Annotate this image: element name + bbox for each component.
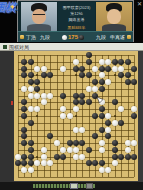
- marker-tick: [11, 101, 13, 105]
- black-stone: [21, 59, 27, 65]
- white-stone: [34, 66, 40, 72]
- black-stone: [118, 154, 124, 160]
- player-right-photo: [96, 2, 132, 31]
- black-stone: [47, 72, 53, 78]
- black-stone: [125, 72, 131, 78]
- black-stone: [86, 147, 92, 153]
- black-stone: [112, 99, 118, 105]
- white-stone: [125, 147, 131, 153]
- black-stone: [86, 52, 92, 58]
- black-stone: [125, 59, 131, 65]
- white-stone: [60, 106, 66, 112]
- white-stone: [73, 147, 79, 153]
- white-stone: [60, 147, 66, 153]
- black-stone: [118, 120, 124, 126]
- white-stone: [99, 72, 105, 78]
- white-stone: [60, 66, 66, 72]
- white-stone: [105, 127, 111, 133]
- sparkle-icon: ✦: [10, 3, 14, 10]
- slider-thumb[interactable]: [70, 183, 78, 189]
- slider-button[interactable]: [86, 183, 93, 189]
- black-stone: [131, 66, 137, 72]
- white-stone: [41, 154, 47, 160]
- white-stone: [99, 59, 105, 65]
- black-stone: [28, 140, 34, 146]
- black-stone: [73, 140, 79, 146]
- white-stone: [28, 106, 34, 112]
- window-title: 围棋对局: [9, 43, 29, 51]
- black-stone: [112, 147, 118, 153]
- black-stone: [73, 99, 79, 105]
- white-stone: [73, 127, 79, 133]
- star-point: [114, 115, 116, 117]
- right-rank-badge-icon: [127, 35, 131, 39]
- black-stone: [60, 93, 66, 99]
- white-stone: [54, 140, 60, 146]
- black-stone: [105, 120, 111, 126]
- white-stone: [28, 86, 34, 92]
- black-stone: [112, 59, 118, 65]
- black-stone: [28, 147, 34, 153]
- black-stone: [92, 133, 98, 139]
- black-stone: [21, 133, 27, 139]
- black-stone-icon: [79, 35, 84, 40]
- black-stone: [99, 127, 105, 133]
- black-stone: [28, 154, 34, 160]
- black-stone: [86, 160, 92, 166]
- black-stone: [15, 160, 21, 166]
- black-stone: [21, 154, 27, 160]
- white-stone: [112, 66, 118, 72]
- white-stone: [79, 154, 85, 160]
- black-stone: [21, 160, 27, 166]
- screenshot-root: 围甲联赛(2023) 第12轮 网络直播 黑贴6目半 丁浩 九段 175 九段 …: [0, 0, 143, 190]
- black-stone: [73, 66, 79, 72]
- white-stone: [112, 160, 118, 166]
- player-left-face: [32, 9, 46, 24]
- white-stone: [21, 167, 27, 173]
- white-stone: [28, 93, 34, 99]
- black-stone: [92, 79, 98, 85]
- black-stone: [99, 79, 105, 85]
- white-stone: [79, 127, 85, 133]
- broadcast-panel: 围甲联赛(2023) 第12轮 网络直播 黑贴6目半 丁浩 九段 175 九段 …: [17, 0, 134, 42]
- black-stone: [112, 154, 118, 160]
- white-stone: [131, 140, 137, 146]
- black-stone: [21, 72, 27, 78]
- window-titlebar[interactable]: 围棋对局: [0, 43, 143, 51]
- black-stone: [99, 86, 105, 92]
- black-stone: [28, 72, 34, 78]
- black-stone: [60, 154, 66, 160]
- black-stone: [21, 99, 27, 105]
- white-stone: [118, 66, 124, 72]
- black-stone: [21, 113, 27, 119]
- match-info-panel: 围甲联赛(2023) 第12轮 网络直播 黑贴6目半: [58, 2, 95, 31]
- black-stone: [131, 113, 137, 119]
- white-stone: [60, 113, 66, 119]
- black-stone: [125, 154, 131, 160]
- black-stone: [86, 72, 92, 78]
- grid-line-h: [18, 136, 134, 137]
- glasses-icon: [33, 14, 45, 16]
- white-stone: [105, 167, 111, 173]
- black-stone: [118, 72, 124, 78]
- black-stone: [21, 127, 27, 133]
- white-stone: [28, 167, 34, 173]
- match-info-line3: 网络直播: [58, 17, 95, 23]
- channel-logo: 围棋✦: [0, 0, 15, 15]
- black-stone: [54, 154, 60, 160]
- black-stone: [41, 72, 47, 78]
- player-right-body: [102, 24, 126, 31]
- white-stone: [41, 66, 47, 72]
- window-bottom-toolbar: [0, 182, 143, 190]
- black-stone: [99, 160, 105, 166]
- move-slider[interactable]: [33, 184, 95, 188]
- player-left-rank: 九段: [38, 34, 52, 40]
- black-stone: [92, 113, 98, 119]
- black-stone: [112, 140, 118, 146]
- white-stone: [41, 147, 47, 153]
- black-stone: [86, 59, 92, 65]
- black-stone: [99, 106, 105, 112]
- go-board[interactable]: [14, 51, 138, 181]
- player-right-rank: 九段: [94, 34, 108, 40]
- black-stone: [34, 86, 40, 92]
- white-stone: [112, 120, 118, 126]
- black-stone: [86, 99, 92, 105]
- black-stone: [99, 113, 105, 119]
- black-stone: [79, 140, 85, 146]
- black-stone: [118, 59, 124, 65]
- black-stone: [99, 66, 105, 72]
- white-stone: [73, 106, 79, 112]
- black-stone: [28, 160, 34, 166]
- white-stone: [73, 59, 79, 65]
- black-stone: [131, 154, 137, 160]
- black-stone: [67, 140, 73, 146]
- player-right-face: [107, 9, 121, 24]
- white-stone: [125, 140, 131, 146]
- white-stone: [105, 79, 111, 85]
- player-left-body: [27, 24, 51, 31]
- black-stone: [105, 133, 111, 139]
- white-stone: [41, 93, 47, 99]
- black-stone: [79, 99, 85, 105]
- black-stone: [125, 79, 131, 85]
- white-stone: [92, 86, 98, 92]
- white-stone: [73, 154, 79, 160]
- white-stone: [34, 93, 40, 99]
- white-stone: [67, 147, 73, 153]
- mouse-cursor-icon: [96, 96, 104, 104]
- grid-line-h: [18, 177, 134, 178]
- star-point: [75, 115, 77, 117]
- black-stone: [79, 72, 85, 78]
- white-stone: [131, 106, 137, 112]
- black-stone: [34, 79, 40, 85]
- black-stone: [21, 140, 27, 146]
- black-stone: [47, 133, 53, 139]
- move-counter: 175: [67, 34, 79, 40]
- white-stone: [34, 160, 40, 166]
- white-stone: [47, 93, 53, 99]
- window-icon: [3, 45, 7, 49]
- black-stone: [28, 79, 34, 85]
- white-stone: [41, 99, 47, 105]
- white-stone: [105, 59, 111, 65]
- white-stone: [99, 147, 105, 153]
- white-stone: [21, 86, 27, 92]
- player-right-name: 申真谞: [108, 34, 127, 40]
- black-stone: [131, 79, 137, 85]
- white-stone: [41, 160, 47, 166]
- white-stone: [92, 66, 98, 72]
- black-stone: [73, 93, 79, 99]
- black-stone: [105, 66, 111, 72]
- black-stone: [79, 66, 85, 72]
- white-stone: [67, 113, 73, 119]
- white-stone: [86, 86, 92, 92]
- go-app-window: 围棋对局: [0, 43, 143, 190]
- close-icon[interactable]: ✕: [137, 1, 142, 7]
- black-stone: [28, 120, 34, 126]
- black-stone: [92, 160, 98, 166]
- black-stone: [79, 93, 85, 99]
- player-name-bar: 丁浩 九段 175 九段 申真谞: [18, 31, 133, 42]
- window-left-margin: [0, 51, 14, 182]
- white-stone: [105, 113, 111, 119]
- white-stone: [99, 140, 105, 146]
- black-stone: [21, 66, 27, 72]
- white-stone: [47, 160, 53, 166]
- black-stone: [21, 106, 27, 112]
- grid-line-h: [18, 170, 134, 171]
- white-stone: [99, 167, 105, 173]
- white-stone: [34, 106, 40, 112]
- white-stone: [15, 154, 21, 160]
- player-left-photo: [21, 2, 57, 31]
- white-stone: [118, 106, 124, 112]
- player-left-name: 丁浩: [24, 34, 38, 40]
- black-stone: [28, 59, 34, 65]
